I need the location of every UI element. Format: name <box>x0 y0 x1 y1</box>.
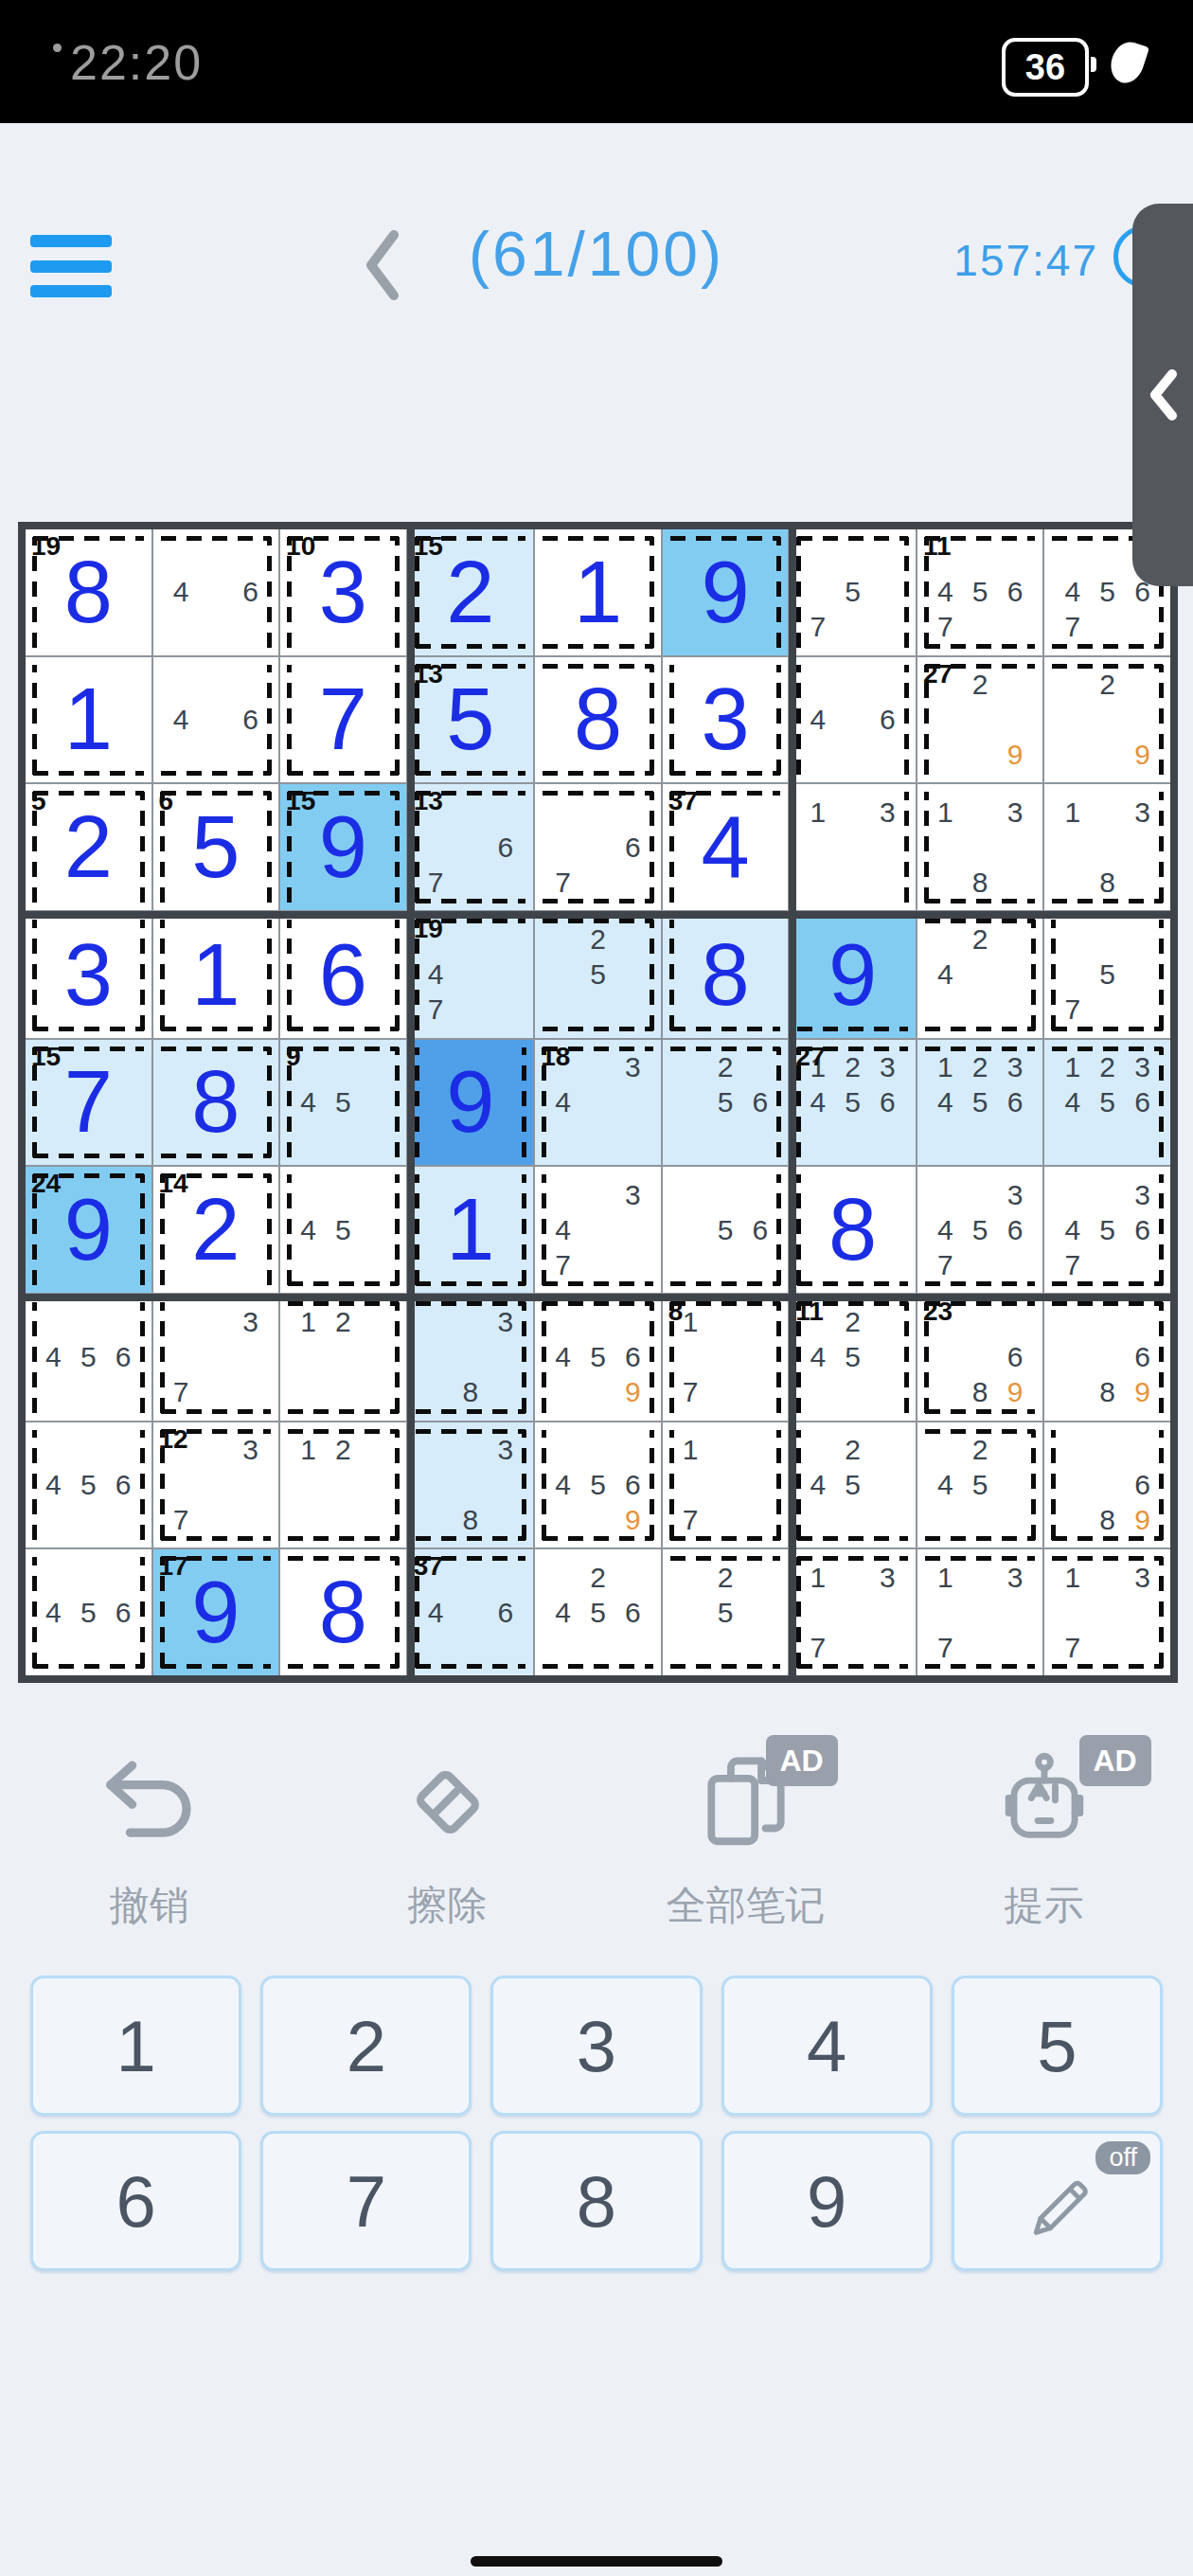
cage-dash-edge <box>776 1047 781 1158</box>
header: (61/100) 157:47 <box>0 123 1193 369</box>
numpad-key-7[interactable]: 7 <box>260 2131 472 2271</box>
cage-dash-edge <box>416 1429 526 1434</box>
cage-dash-edge <box>925 1027 1036 1031</box>
cell-r4c8[interactable]: 24 <box>917 912 1043 1038</box>
cell-r5c1[interactable]: 157 <box>26 1040 151 1166</box>
cell-r8c1[interactable]: 456 <box>26 1422 151 1548</box>
cell-r9c1[interactable]: 456 <box>26 1549 151 1675</box>
cell-digit: 8 <box>153 1040 279 1166</box>
cage-dash-edge <box>796 1557 801 1668</box>
cage-dash-edge <box>543 1664 653 1669</box>
cage-dash-edge <box>797 1556 908 1561</box>
cage-dash-edge <box>925 1556 1036 1561</box>
notification-dot <box>53 44 62 52</box>
cage-dash-edge <box>925 1429 1036 1434</box>
cage-dash-edge <box>32 665 37 776</box>
cell-r1c1[interactable]: 198 <box>26 529 151 655</box>
cage-dash-edge <box>416 1409 526 1414</box>
cage-sum: 8 <box>668 1297 684 1327</box>
pencil-toggle-button[interactable]: off <box>952 2131 1163 2271</box>
cage-dash-edge <box>288 1429 399 1434</box>
cell-r9c9[interactable]: 137 <box>1044 1549 1170 1675</box>
cage-dash-edge <box>797 1027 908 1031</box>
cage-dash-edge <box>416 771 526 776</box>
cell-r2c2[interactable]: 46 <box>153 657 279 783</box>
cell-digit: 8 <box>535 657 661 783</box>
cell-notes: 138 <box>928 795 1033 900</box>
cage-dash-edge <box>1052 1281 1163 1286</box>
cage-dash-edge <box>1051 1430 1056 1541</box>
cell-r1c5[interactable]: 1 <box>535 529 661 655</box>
numpad-key-2[interactable]: 2 <box>260 1976 472 2116</box>
cell-r2c5[interactable]: 8 <box>535 657 661 783</box>
cage-dash-edge <box>543 791 653 796</box>
cage-dash-edge <box>542 1430 546 1541</box>
cage-dash-edge <box>415 1047 419 1158</box>
cell-digit: 9 <box>408 1040 534 1166</box>
numpad-key-4[interactable]: 4 <box>721 1976 933 2116</box>
cage-dash-edge <box>416 1281 526 1286</box>
cage-dash-edge <box>776 1302 781 1413</box>
cell-r3c7[interactable]: 13 <box>790 784 916 910</box>
cage-sum: 11 <box>795 1297 824 1327</box>
cage-dash-edge <box>395 792 400 903</box>
cage-dash-edge <box>670 536 781 541</box>
cage-dash-edge <box>924 792 929 903</box>
cell-r8c9[interactable]: 689 <box>1044 1422 1170 1548</box>
cage-dash-edge <box>522 1047 526 1158</box>
cell-r5c8[interactable]: 123456 <box>917 1040 1043 1166</box>
cell-r3c4[interactable]: 1367 <box>408 784 534 910</box>
cell-r3c8[interactable]: 138 <box>917 784 1043 910</box>
cage-dash-edge <box>287 920 292 1030</box>
cell-notes: 34567 <box>928 1177 1033 1282</box>
cage-dash-edge <box>1159 792 1164 903</box>
cage-dash-edge <box>925 919 1036 923</box>
cage-dash-edge <box>1051 920 1056 1030</box>
cell-r6c4[interactable]: 1 <box>408 1167 534 1293</box>
cell-r5c2[interactable]: 8 <box>153 1040 279 1166</box>
cage-dash-edge <box>796 1174 801 1285</box>
cell-r4c2[interactable]: 1 <box>153 912 279 1038</box>
cage-dash-edge <box>1052 1301 1163 1306</box>
cage-dash-edge <box>288 1664 399 1669</box>
numpad-key-8[interactable]: 8 <box>490 2131 702 2271</box>
cell-notes: 2456 <box>545 1560 650 1665</box>
cell-r7c8[interactable]: 23689 <box>917 1295 1043 1421</box>
battery-percent: 36 <box>1025 47 1065 88</box>
cell-notes: 456 <box>36 1433 141 1538</box>
cage-dash-edge <box>161 1536 272 1541</box>
cell-r6c9[interactable]: 34567 <box>1044 1167 1170 1293</box>
cage-dash-edge <box>650 1302 654 1413</box>
cell-notes: 123456 <box>928 1050 1033 1155</box>
cell-r3c3[interactable]: 159 <box>280 784 406 910</box>
cage-dash-edge <box>670 1281 781 1286</box>
cell-notes: 17 <box>673 1305 778 1410</box>
cage-dash-edge <box>1052 1556 1163 1561</box>
cage-dash-edge <box>904 792 909 903</box>
cell-notes: 56 <box>673 1177 778 1282</box>
cage-dash-edge <box>161 771 272 776</box>
cage-sum: 37 <box>668 786 698 816</box>
cell-r8c5[interactable]: 4569 <box>535 1422 661 1548</box>
cell-r7c4[interactable]: 38 <box>408 1295 534 1421</box>
cage-dash-edge <box>416 1664 526 1669</box>
cage-dash-edge <box>140 1430 145 1541</box>
cage-dash-edge <box>776 665 781 776</box>
cage-dash-edge <box>543 1281 653 1286</box>
cell-notes: 46 <box>164 540 269 645</box>
cell-notes: 245 <box>800 1433 905 1538</box>
cage-sum: 12 <box>159 1424 188 1455</box>
cell-r4c4[interactable]: 1947 <box>408 912 534 1038</box>
cage-dash-edge <box>904 665 909 776</box>
cell-r1c6[interactable]: 9 <box>663 529 789 655</box>
cage-dash-edge <box>522 1302 526 1413</box>
cell-r1c4[interactable]: 152 <box>408 529 534 655</box>
cell-notes: 45 <box>291 1050 396 1155</box>
power-saver-icon <box>1106 38 1149 87</box>
cage-dash-edge <box>1052 1046 1163 1051</box>
cell-notes: 123456 <box>1055 1050 1160 1155</box>
cell-r2c9[interactable]: 29 <box>1044 657 1170 783</box>
board-cells: 1984610315219571145674567146713583462729… <box>26 529 1170 1675</box>
cell-r6c5[interactable]: 347 <box>535 1167 661 1293</box>
cell-r4c5[interactable]: 25 <box>535 912 661 1038</box>
cell-r3c1[interactable]: 52 <box>26 784 151 910</box>
eraser-icon <box>396 1750 500 1854</box>
cell-notes: 57 <box>800 540 905 645</box>
cage-sum: 18 <box>541 1042 570 1072</box>
cage-dash-edge <box>1052 1027 1163 1031</box>
cage-dash-edge <box>140 792 145 903</box>
pencil-state-badge: off <box>1095 2141 1150 2174</box>
cage-dash-edge <box>542 1174 546 1285</box>
cage-dash-edge <box>669 920 674 1030</box>
cage-dash-edge <box>1159 1174 1164 1285</box>
numpad-key-1[interactable]: 1 <box>30 1976 241 2116</box>
cell-r5c3[interactable]: 945 <box>280 1040 406 1166</box>
cell-notes: 12 <box>291 1305 396 1410</box>
cell-r7c6[interactable]: 817 <box>663 1295 789 1421</box>
ad-badge: AD <box>1079 1735 1151 1786</box>
cell-notes: 29 <box>1055 668 1160 773</box>
cell-notes: 38 <box>418 1433 524 1538</box>
cage-sum: 9 <box>286 1042 301 1072</box>
cell-r2c4[interactable]: 135 <box>408 657 534 783</box>
cell-r9c5[interactable]: 2456 <box>535 1549 661 1675</box>
side-panel-handle[interactable] <box>1132 204 1193 586</box>
cage-dash-edge <box>796 665 801 776</box>
cage-dash-edge <box>161 1027 272 1031</box>
cell-digit: 3 <box>663 657 789 783</box>
cage-dash-edge <box>1052 644 1163 649</box>
cell-notes: 245 <box>928 1433 1033 1538</box>
cell-r2c8[interactable]: 2729 <box>917 657 1043 783</box>
cell-notes: 46 <box>800 668 905 773</box>
cage-dash-edge <box>416 1536 526 1541</box>
cell-r3c9[interactable]: 138 <box>1044 784 1170 910</box>
cage-dash-edge <box>650 537 654 648</box>
cage-dash-edge <box>33 1154 144 1158</box>
cage-dash-edge <box>1052 899 1163 903</box>
cage-dash-edge <box>160 920 165 1030</box>
cell-r9c6[interactable]: 25 <box>663 1549 789 1675</box>
cage-dash-edge <box>1159 920 1164 1030</box>
cell-r7c9[interactable]: 689 <box>1044 1295 1170 1421</box>
cell-r4c7[interactable]: 9 <box>790 912 916 1038</box>
cage-dash-edge <box>543 1027 653 1031</box>
cage-dash-edge <box>797 1664 908 1669</box>
cell-r9c2[interactable]: 179 <box>153 1549 279 1675</box>
cage-dash-edge <box>140 1302 145 1413</box>
cage-dash-edge <box>776 537 781 648</box>
cell-r2c3[interactable]: 7 <box>280 657 406 783</box>
cell-r8c6[interactable]: 17 <box>663 1422 789 1548</box>
cell-r8c2[interactable]: 1237 <box>153 1422 279 1548</box>
cell-r9c8[interactable]: 137 <box>917 1549 1043 1675</box>
cage-dash-edge <box>925 644 1036 649</box>
cell-r9c4[interactable]: 3746 <box>408 1549 534 1675</box>
numpad-key-5[interactable]: 5 <box>952 1976 1163 2116</box>
cage-dash-edge <box>287 1174 292 1285</box>
cage-dash-edge <box>670 1046 781 1051</box>
numpad-key-6[interactable]: 6 <box>30 2131 241 2271</box>
cell-notes: 57 <box>1055 922 1160 1028</box>
cage-dash-edge <box>925 1409 1036 1414</box>
cage-dash-edge <box>267 665 272 776</box>
toolbar: 撤销 擦除 AD 全部笔记 AD <box>0 1750 1193 1932</box>
cage-dash-edge <box>797 536 908 541</box>
cage-sum: 19 <box>414 914 443 944</box>
cage-dash-edge <box>161 1154 272 1158</box>
cage-dash-edge <box>650 1430 654 1541</box>
cell-r6c6[interactable]: 56 <box>663 1167 789 1293</box>
cage-dash-edge <box>416 899 526 903</box>
cage-dash-edge <box>543 1301 653 1306</box>
cage-dash-edge <box>395 537 400 648</box>
cell-r5c6[interactable]: 256 <box>663 1040 789 1166</box>
cell-notes: 456 <box>36 1305 141 1410</box>
cell-notes: 17 <box>673 1433 778 1538</box>
cage-dash-edge <box>32 1557 37 1668</box>
cage-dash-edge <box>669 1430 674 1541</box>
cage-dash-edge <box>395 1302 400 1413</box>
cage-dash-edge <box>288 1556 399 1561</box>
chevron-left-icon <box>1144 368 1182 421</box>
cage-dash-edge <box>32 1430 37 1541</box>
cell-notes: 12 <box>291 1433 396 1538</box>
cell-r7c3[interactable]: 12 <box>280 1295 406 1421</box>
cage-dash-edge <box>670 1301 781 1306</box>
cage-dash-edge <box>925 1536 1036 1541</box>
cage-dash-edge <box>776 1430 781 1541</box>
cage-dash-edge <box>395 920 400 1030</box>
cage-dash-edge <box>160 1302 165 1413</box>
cell-r1c3[interactable]: 103 <box>280 529 406 655</box>
cell-notes: 45 <box>291 1177 396 1282</box>
cell-r5c9[interactable]: 123456 <box>1044 1040 1170 1166</box>
cage-sum: 17 <box>159 1551 188 1582</box>
cage-dash-edge <box>1159 665 1164 776</box>
cage-dash-edge <box>925 1664 1036 1669</box>
cage-dash-edge <box>522 1430 526 1541</box>
cell-notes: 38 <box>418 1305 524 1410</box>
undo-button[interactable]: 撤销 <box>31 1750 268 1932</box>
cage-dash-edge <box>161 791 272 796</box>
cage-sum: 15 <box>31 1042 61 1072</box>
cell-notes: 137 <box>800 1560 905 1665</box>
hint-button[interactable]: AD 提示 <box>926 1750 1163 1932</box>
cell-r1c8[interactable]: 114567 <box>917 529 1043 655</box>
cage-dash-edge <box>395 1557 400 1668</box>
battery-icon: 36 <box>1002 38 1089 97</box>
undo-label: 撤销 <box>110 1879 189 1932</box>
cell-r4c3[interactable]: 6 <box>280 912 406 1038</box>
cage-dash-edge <box>670 1664 781 1669</box>
cell-r6c3[interactable]: 45 <box>280 1167 406 1293</box>
cage-dash-edge <box>650 920 654 1030</box>
cage-dash-edge <box>543 919 653 923</box>
cell-notes: 137 <box>1055 1560 1160 1665</box>
cell-notes: 138 <box>1055 795 1160 900</box>
cell-r9c7[interactable]: 137 <box>790 1549 916 1675</box>
cell-notes: 67 <box>545 795 650 900</box>
cage-dash-edge <box>797 1281 908 1286</box>
cage-dash-edge <box>543 536 653 541</box>
cell-notes: 456 <box>36 1560 141 1665</box>
cage-sum: 15 <box>286 786 315 816</box>
cage-dash-edge <box>416 644 526 649</box>
cell-notes: 25 <box>545 922 650 1028</box>
cell-r7c5[interactable]: 4569 <box>535 1295 661 1421</box>
cage-dash-edge <box>161 1664 272 1669</box>
cage-dash-edge <box>669 665 674 776</box>
cage-dash-edge <box>670 771 781 776</box>
cage-sum: 37 <box>414 1551 443 1582</box>
all-notes-button[interactable]: AD 全部笔记 <box>628 1750 864 1932</box>
cage-dash-edge <box>1052 1664 1163 1669</box>
cage-dash-edge <box>925 1281 1036 1286</box>
cage-dash-edge <box>670 1027 781 1031</box>
cage-dash-edge <box>288 771 399 776</box>
cell-r7c2[interactable]: 37 <box>153 1295 279 1421</box>
cage-dash-edge <box>395 1047 400 1158</box>
cell-r4c9[interactable]: 57 <box>1044 912 1170 1038</box>
cell-r1c2[interactable]: 46 <box>153 529 279 655</box>
hint-label: 提示 <box>1005 1879 1084 1932</box>
cage-dash-edge <box>288 1301 399 1306</box>
cell-notes: 34567 <box>1055 1177 1160 1282</box>
cage-dash-edge <box>161 536 272 541</box>
cage-dash-edge <box>288 1536 399 1541</box>
cell-r8c8[interactable]: 245 <box>917 1422 1043 1548</box>
cage-dash-edge <box>670 1556 781 1561</box>
cage-dash-edge <box>1031 1430 1036 1541</box>
cage-dash-edge <box>395 1430 400 1541</box>
cell-digit: 1 <box>26 657 151 783</box>
cell-r6c8[interactable]: 34567 <box>917 1167 1043 1293</box>
cell-r5c5[interactable]: 1834 <box>535 1040 661 1166</box>
cage-sum: 27 <box>795 1042 825 1072</box>
cage-dash-edge <box>395 1174 400 1285</box>
cage-dash-edge <box>33 771 144 776</box>
cell-r8c4[interactable]: 38 <box>408 1422 534 1548</box>
cell-notes: 13 <box>800 795 905 900</box>
cage-dash-edge <box>267 1047 272 1158</box>
numpad-key-3[interactable]: 3 <box>490 1976 702 2116</box>
cage-dash-edge <box>267 1174 272 1285</box>
cell-r7c7[interactable]: 11245 <box>790 1295 916 1421</box>
cell-r2c1[interactable]: 1 <box>26 657 151 783</box>
cage-dash-edge <box>161 1046 272 1051</box>
cell-r6c1[interactable]: 249 <box>26 1167 151 1293</box>
cage-dash-edge <box>161 1409 272 1414</box>
cell-r9c3[interactable]: 8 <box>280 1549 406 1675</box>
cell-r6c7[interactable]: 8 <box>790 1167 916 1293</box>
cell-notes: 689 <box>1055 1433 1160 1538</box>
erase-button[interactable]: 擦除 <box>329 1750 566 1932</box>
cell-r4c1[interactable]: 3 <box>26 912 151 1038</box>
cell-notes: 25 <box>673 1560 778 1665</box>
cell-r1c7[interactable]: 57 <box>790 529 916 655</box>
cage-dash-edge <box>1159 1047 1164 1158</box>
cage-dash-edge <box>288 1027 399 1031</box>
cell-r2c6[interactable]: 3 <box>663 657 789 783</box>
pencil-icon <box>1019 2163 1095 2239</box>
cell-r5c7[interactable]: 27123456 <box>790 1040 916 1166</box>
cell-r5c4[interactable]: 9 <box>408 1040 534 1166</box>
cage-dash-edge <box>542 1302 546 1413</box>
cell-notes: 347 <box>545 1177 650 1282</box>
cell-digit: 6 <box>280 912 406 1038</box>
cell-r3c2[interactable]: 65 <box>153 784 279 910</box>
cage-dash-edge <box>796 537 801 648</box>
cell-r7c1[interactable]: 456 <box>26 1295 151 1421</box>
cell-digit: 9 <box>790 912 916 1038</box>
cell-r8c3[interactable]: 12 <box>280 1422 406 1548</box>
cell-r3c5[interactable]: 67 <box>535 784 661 910</box>
cage-dash-edge <box>288 1281 399 1286</box>
cage-dash-edge <box>33 791 144 796</box>
numpad-key-9[interactable]: 9 <box>721 2131 933 2271</box>
cell-r3c6[interactable]: 374 <box>663 784 789 910</box>
cell-notes: 137 <box>928 1560 1033 1665</box>
cage-dash-edge <box>267 920 272 1030</box>
cell-digit: 7 <box>280 657 406 783</box>
cell-notes: 37 <box>164 1305 269 1410</box>
cage-dash-edge <box>650 665 654 776</box>
cell-r8c7[interactable]: 245 <box>790 1422 916 1548</box>
cage-dash-edge <box>140 1557 145 1668</box>
cage-dash-edge <box>267 537 272 648</box>
cage-dash-edge <box>1159 1302 1164 1413</box>
cage-dash-edge <box>904 537 909 648</box>
cell-r6c2[interactable]: 142 <box>153 1167 279 1293</box>
cage-dash-edge <box>140 1174 145 1285</box>
cage-sum: 13 <box>414 659 443 689</box>
cage-dash-edge <box>776 1174 781 1285</box>
cell-digit: 8 <box>663 912 789 1038</box>
cage-sum: 6 <box>159 786 174 816</box>
number-pad: 1 2 3 4 5 6 7 8 9 off <box>30 1976 1163 2271</box>
cage-dash-edge <box>288 1046 399 1051</box>
cage-sum: 15 <box>414 531 443 562</box>
cell-digit: 1 <box>153 912 279 1038</box>
cell-r2c7[interactable]: 46 <box>790 657 916 783</box>
cell-r4c6[interactable]: 8 <box>663 912 789 1038</box>
